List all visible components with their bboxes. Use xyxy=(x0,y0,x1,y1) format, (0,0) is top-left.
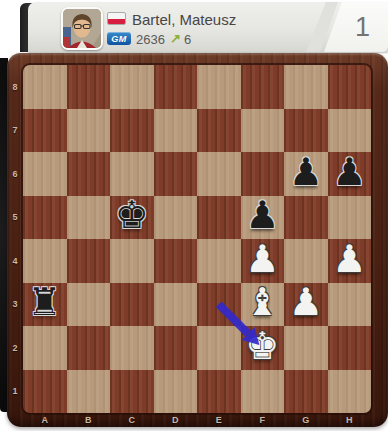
square-h5[interactable] xyxy=(328,196,372,240)
square-a5[interactable] xyxy=(23,196,67,240)
square-c1[interactable] xyxy=(110,370,154,414)
piece-white-king-f2[interactable]: ♚ xyxy=(245,327,279,365)
square-a2[interactable] xyxy=(23,326,67,370)
square-a7[interactable] xyxy=(23,109,67,153)
square-h4[interactable]: ♟ xyxy=(328,239,372,283)
square-f7[interactable] xyxy=(241,109,285,153)
avatar-portrait-graphic xyxy=(63,9,101,48)
rating-change: 6 xyxy=(184,32,191,47)
square-c5[interactable]: ♚ xyxy=(110,196,154,240)
piece-black-rook-a3[interactable]: ♜ xyxy=(28,283,62,321)
square-b2[interactable] xyxy=(67,326,111,370)
square-a8[interactable] xyxy=(23,65,67,109)
square-e1[interactable] xyxy=(197,370,241,414)
piece-white-pawn-f4[interactable]: ♟ xyxy=(245,240,279,278)
rank-label-6: 6 xyxy=(7,152,23,196)
poland-flag-icon xyxy=(107,12,126,25)
square-e5[interactable] xyxy=(197,196,241,240)
square-a6[interactable] xyxy=(23,152,67,196)
square-b8[interactable] xyxy=(67,65,111,109)
file-label-c: C xyxy=(110,413,154,427)
square-c3[interactable] xyxy=(110,283,154,327)
square-b7[interactable] xyxy=(67,109,111,153)
square-c6[interactable] xyxy=(110,152,154,196)
square-g6[interactable]: ♟ xyxy=(284,152,328,196)
square-g3[interactable]: ♟ xyxy=(284,283,328,327)
piece-white-pawn-g3[interactable]: ♟ xyxy=(289,283,323,321)
square-b3[interactable] xyxy=(67,283,111,327)
rank-label-7: 7 xyxy=(7,109,23,153)
square-a3[interactable]: ♜ xyxy=(23,283,67,327)
piece-black-king-c5[interactable]: ♚ xyxy=(115,196,149,234)
square-f5[interactable]: ♟ xyxy=(241,196,285,240)
square-e2[interactable] xyxy=(197,326,241,370)
square-g1[interactable] xyxy=(284,370,328,414)
square-e8[interactable] xyxy=(197,65,241,109)
square-c8[interactable] xyxy=(110,65,154,109)
chess-tv-panel: 1 Bartel, Mateusz GM 2636 ↗ 6 xyxy=(0,0,388,431)
square-d2[interactable] xyxy=(154,326,198,370)
piece-black-pawn-f5[interactable]: ♟ xyxy=(245,196,279,234)
rank-label-8: 8 xyxy=(7,65,23,109)
player-card[interactable]: 1 Bartel, Mateusz GM 2636 ↗ 6 xyxy=(28,2,388,52)
file-label-f: F xyxy=(241,413,285,427)
square-f4[interactable]: ♟ xyxy=(241,239,285,283)
square-c7[interactable] xyxy=(110,109,154,153)
file-label-g: G xyxy=(284,413,328,427)
square-h1[interactable] xyxy=(328,370,372,414)
square-e6[interactable] xyxy=(197,152,241,196)
rank-label-3: 3 xyxy=(7,283,23,327)
square-g7[interactable] xyxy=(284,109,328,153)
piece-white-pawn-h4[interactable]: ♟ xyxy=(332,240,366,278)
chess-board-frame: 87654321 ABCDEFGH ♟♟♚♟♟♟♜♝♟♚ xyxy=(7,53,388,427)
square-e7[interactable] xyxy=(197,109,241,153)
square-c4[interactable] xyxy=(110,239,154,283)
square-f1[interactable] xyxy=(241,370,285,414)
file-labels: ABCDEFGH xyxy=(23,413,371,427)
square-f3[interactable]: ♝ xyxy=(241,283,285,327)
square-h7[interactable] xyxy=(328,109,372,153)
square-h8[interactable] xyxy=(328,65,372,109)
piece-black-pawn-h6[interactable]: ♟ xyxy=(332,153,366,191)
rank-label-5: 5 xyxy=(7,196,23,240)
square-d4[interactable] xyxy=(154,239,198,283)
score-value: 1 xyxy=(355,12,370,43)
player-rating: 2636 xyxy=(136,32,165,47)
gm-title-badge: GM xyxy=(107,32,131,45)
square-h3[interactable] xyxy=(328,283,372,327)
rank-labels: 87654321 xyxy=(7,65,23,413)
square-h6[interactable]: ♟ xyxy=(328,152,372,196)
piece-white-bishop-f3[interactable]: ♝ xyxy=(245,283,279,321)
square-a1[interactable] xyxy=(23,370,67,414)
square-b5[interactable] xyxy=(67,196,111,240)
square-g2[interactable] xyxy=(284,326,328,370)
square-h2[interactable] xyxy=(328,326,372,370)
square-a4[interactable] xyxy=(23,239,67,283)
square-b4[interactable] xyxy=(67,239,111,283)
board-squares: ♟♟♚♟♟♟♜♝♟♚ xyxy=(23,65,371,413)
square-e3[interactable] xyxy=(197,283,241,327)
square-g5[interactable] xyxy=(284,196,328,240)
file-label-e: E xyxy=(197,413,241,427)
file-label-b: B xyxy=(67,413,111,427)
square-c2[interactable] xyxy=(110,326,154,370)
square-e4[interactable] xyxy=(197,239,241,283)
file-label-h: H xyxy=(328,413,372,427)
rank-label-1: 1 xyxy=(7,370,23,414)
square-d5[interactable] xyxy=(154,196,198,240)
square-d6[interactable] xyxy=(154,152,198,196)
square-f8[interactable] xyxy=(241,65,285,109)
square-d7[interactable] xyxy=(154,109,198,153)
square-g4[interactable] xyxy=(284,239,328,283)
square-f6[interactable] xyxy=(241,152,285,196)
square-d3[interactable] xyxy=(154,283,198,327)
square-b6[interactable] xyxy=(67,152,111,196)
rank-label-4: 4 xyxy=(7,239,23,283)
square-b1[interactable] xyxy=(67,370,111,414)
file-label-a: A xyxy=(23,413,67,427)
player-avatar xyxy=(61,7,103,50)
square-d8[interactable] xyxy=(154,65,198,109)
player-name: Bartel, Mateusz xyxy=(132,11,236,28)
piece-black-pawn-g6[interactable]: ♟ xyxy=(289,153,323,191)
rating-up-arrow-icon: ↗ xyxy=(170,31,181,46)
square-g8[interactable] xyxy=(284,65,328,109)
rank-label-2: 2 xyxy=(7,326,23,370)
file-label-d: D xyxy=(154,413,198,427)
square-f2[interactable]: ♚ xyxy=(241,326,285,370)
square-d1[interactable] xyxy=(154,370,198,414)
